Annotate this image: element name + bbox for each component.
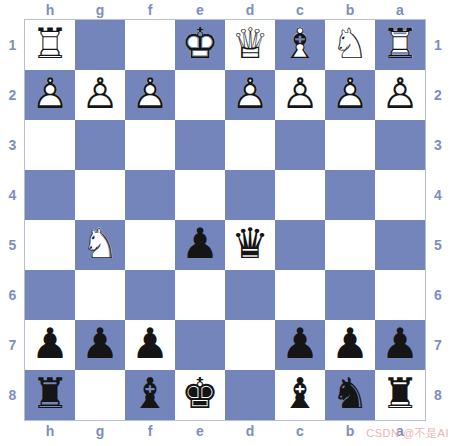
black-pawn[interactable]: ♟	[25, 320, 75, 370]
white-queen[interactable]: ♛♕	[225, 20, 275, 70]
piece-outline-layer: ♘	[75, 220, 125, 270]
file-label-g-bottom: g	[75, 420, 125, 446]
piece-outline-layer: ♙	[275, 70, 325, 120]
black-queen[interactable]: ♛	[225, 220, 275, 270]
square-f6[interactable]	[125, 270, 175, 320]
white-rook[interactable]: ♜♖	[375, 20, 425, 70]
rank-label-4-left: 4	[0, 170, 25, 220]
square-h2[interactable]: ♟♙	[25, 70, 75, 120]
square-c3[interactable]	[275, 120, 325, 170]
piece-outline-layer: ♕	[225, 20, 275, 70]
white-bishop[interactable]: ♝♗	[275, 20, 325, 70]
white-pawn[interactable]: ♟♙	[75, 70, 125, 120]
file-label-d-top: d	[225, 0, 275, 20]
square-c7[interactable]: ♟	[275, 320, 325, 370]
file-label-h-bottom: h	[25, 420, 75, 446]
piece-outline-layer: ♙	[375, 70, 425, 120]
rank-label-8-right: 8	[425, 370, 451, 420]
square-d1[interactable]: ♛♕	[225, 20, 275, 70]
square-e6[interactable]	[175, 270, 225, 320]
square-a1[interactable]: ♜♖	[375, 20, 425, 70]
square-g3[interactable]	[75, 120, 125, 170]
square-c4[interactable]	[275, 170, 325, 220]
board: ♜♖♚♔♛♕♝♗♞♘♜♖♟♙♟♙♟♙♟♙♟♙♟♙♟♙♞♘♟♛♟♟♟♟♟♟♜♝♚♝…	[25, 20, 425, 420]
square-c5[interactable]	[275, 220, 325, 270]
square-d6[interactable]	[225, 270, 275, 320]
square-g4[interactable]	[75, 170, 125, 220]
square-b6[interactable]	[325, 270, 375, 320]
rank-labels-left: 12345678	[0, 20, 25, 420]
square-a4[interactable]	[375, 170, 425, 220]
board-middle: 12345678 ♜♖♚♔♛♕♝♗♞♘♜♖♟♙♟♙♟♙♟♙♟♙♟♙♟♙♞♘♟♛♟…	[0, 20, 451, 420]
piece-outline-layer: ♗	[275, 20, 325, 70]
rank-label-4-right: 4	[425, 170, 451, 220]
square-h8[interactable]: ♜	[25, 370, 75, 420]
piece-outline-layer: ♙	[25, 70, 75, 120]
square-a5[interactable]	[375, 220, 425, 270]
black-rook[interactable]: ♜	[25, 370, 75, 420]
square-f2[interactable]: ♟♙	[125, 70, 175, 120]
square-b5[interactable]	[325, 220, 375, 270]
piece-outline-layer: ♙	[325, 70, 375, 120]
white-pawn[interactable]: ♟♙	[325, 70, 375, 120]
square-b2[interactable]: ♟♙	[325, 70, 375, 120]
file-label-b-top: b	[325, 0, 375, 20]
square-e7[interactable]	[175, 320, 225, 370]
white-pawn[interactable]: ♟♙	[25, 70, 75, 120]
square-a8[interactable]: ♜	[375, 370, 425, 420]
square-d2[interactable]: ♟♙	[225, 70, 275, 120]
piece-outline-layer: ♙	[225, 70, 275, 120]
file-label-g-top: g	[75, 0, 125, 20]
white-pawn[interactable]: ♟♙	[225, 70, 275, 120]
square-g6[interactable]	[75, 270, 125, 320]
file-label-d-bottom: d	[225, 420, 275, 446]
chess-diagram: hgfedcba 12345678 ♜♖♚♔♛♕♝♗♞♘♜♖♟♙♟♙♟♙♟♙♟♙…	[0, 0, 451, 446]
square-b7[interactable]: ♟	[325, 320, 375, 370]
file-label-h-top: h	[25, 0, 75, 20]
square-g8[interactable]	[75, 370, 125, 420]
white-pawn[interactable]: ♟♙	[125, 70, 175, 120]
square-g7[interactable]: ♟	[75, 320, 125, 370]
rank-label-8-left: 8	[0, 370, 25, 420]
square-d7[interactable]	[225, 320, 275, 370]
file-label-e-bottom: e	[175, 420, 225, 446]
square-e4[interactable]	[175, 170, 225, 220]
black-pawn[interactable]: ♟	[375, 320, 425, 370]
square-f3[interactable]	[125, 120, 175, 170]
piece-outline-layer: ♙	[75, 70, 125, 120]
rank-label-3-left: 3	[0, 120, 25, 170]
square-a6[interactable]	[375, 270, 425, 320]
square-c1[interactable]: ♝♗	[275, 20, 325, 70]
rank-labels-right: 12345678	[425, 20, 451, 420]
square-a7[interactable]: ♟	[375, 320, 425, 370]
black-rook[interactable]: ♜	[375, 370, 425, 420]
file-label-c-top: c	[275, 0, 325, 20]
square-h4[interactable]	[25, 170, 75, 220]
rank-label-1-right: 1	[425, 20, 451, 70]
piece-outline-layer: ♙	[125, 70, 175, 120]
rank-label-1-left: 1	[0, 20, 25, 70]
piece-outline-layer: ♘	[325, 20, 375, 70]
rank-label-5-right: 5	[425, 220, 451, 270]
file-label-f-top: f	[125, 0, 175, 20]
rank-label-6-right: 6	[425, 270, 451, 320]
square-d5[interactable]: ♛	[225, 220, 275, 270]
square-d8[interactable]	[225, 370, 275, 420]
square-f1[interactable]	[125, 20, 175, 70]
rank-label-2-left: 2	[0, 70, 25, 120]
square-g5[interactable]: ♞♘	[75, 220, 125, 270]
piece-outline-layer: ♖	[375, 20, 425, 70]
file-label-e-top: e	[175, 0, 225, 20]
black-bishop[interactable]: ♝	[125, 370, 175, 420]
square-h3[interactable]	[25, 120, 75, 170]
rank-label-6-left: 6	[0, 270, 25, 320]
black-pawn[interactable]: ♟	[325, 320, 375, 370]
white-king[interactable]: ♚♔	[175, 20, 225, 70]
file-label-c-bottom: c	[275, 420, 325, 446]
square-c8[interactable]: ♝	[275, 370, 325, 420]
white-knight[interactable]: ♞♘	[325, 20, 375, 70]
white-knight[interactable]: ♞♘	[75, 220, 125, 270]
file-label-b-bottom: b	[325, 420, 375, 446]
square-b3[interactable]	[325, 120, 375, 170]
square-b1[interactable]: ♞♘	[325, 20, 375, 70]
file-label-a-bottom: a	[375, 420, 425, 446]
rank-label-5-left: 5	[0, 220, 25, 270]
black-knight[interactable]: ♞	[325, 370, 375, 420]
square-g2[interactable]: ♟♙	[75, 70, 125, 120]
square-e8[interactable]: ♚	[175, 370, 225, 420]
file-labels-top: hgfedcba	[0, 0, 451, 20]
square-f4[interactable]	[125, 170, 175, 220]
black-king[interactable]: ♚	[175, 370, 225, 420]
square-e3[interactable]	[175, 120, 225, 170]
black-pawn[interactable]: ♟	[125, 320, 175, 370]
file-label-a-top: a	[375, 0, 425, 20]
square-c6[interactable]	[275, 270, 325, 320]
rank-label-7-left: 7	[0, 320, 25, 370]
square-f8[interactable]: ♝	[125, 370, 175, 420]
square-a3[interactable]	[375, 120, 425, 170]
square-e5[interactable]: ♟	[175, 220, 225, 270]
square-f5[interactable]	[125, 220, 175, 270]
file-labels-bottom: hgfedcba	[0, 420, 451, 446]
rank-label-3-right: 3	[425, 120, 451, 170]
square-h6[interactable]	[25, 270, 75, 320]
rank-label-7-right: 7	[425, 320, 451, 370]
square-g1[interactable]	[75, 20, 125, 70]
square-e2[interactable]	[175, 70, 225, 120]
white-pawn[interactable]: ♟♙	[275, 70, 325, 120]
square-d4[interactable]	[225, 170, 275, 220]
square-b8[interactable]: ♞	[325, 370, 375, 420]
square-h7[interactable]: ♟	[25, 320, 75, 370]
square-c2[interactable]: ♟♙	[275, 70, 325, 120]
black-pawn[interactable]: ♟	[175, 220, 225, 270]
black-pawn[interactable]: ♟	[275, 320, 325, 370]
square-b4[interactable]	[325, 170, 375, 220]
square-e1[interactable]: ♚♔	[175, 20, 225, 70]
square-d3[interactable]	[225, 120, 275, 170]
black-bishop[interactable]: ♝	[275, 370, 325, 420]
piece-outline-layer: ♖	[25, 20, 75, 70]
square-a2[interactable]: ♟♙	[375, 70, 425, 120]
black-pawn[interactable]: ♟	[75, 320, 125, 370]
piece-outline-layer: ♔	[175, 20, 225, 70]
square-f7[interactable]: ♟	[125, 320, 175, 370]
file-label-f-bottom: f	[125, 420, 175, 446]
white-rook[interactable]: ♜♖	[25, 20, 75, 70]
white-pawn[interactable]: ♟♙	[375, 70, 425, 120]
square-h1[interactable]: ♜♖	[25, 20, 75, 70]
square-h5[interactable]	[25, 220, 75, 270]
rank-label-2-right: 2	[425, 70, 451, 120]
